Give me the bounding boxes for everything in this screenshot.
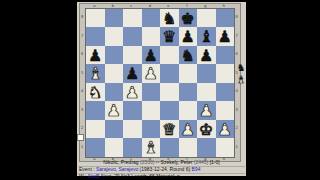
event-line: Event : Sarajevo, Sarajevo (1983-12-24, … bbox=[78, 166, 245, 172]
square-f2[interactable]: ♟ bbox=[179, 120, 198, 139]
square-c2[interactable] bbox=[123, 120, 142, 139]
next-label: Next: bbox=[100, 173, 114, 179]
square-e4[interactable] bbox=[160, 83, 179, 102]
white-player-name: Nikolic, Predrag bbox=[103, 159, 140, 165]
piece-black-pawn[interactable]: ♟ bbox=[86, 46, 105, 65]
square-b3[interactable]: ♟ bbox=[105, 101, 124, 120]
piece-white-king[interactable]: ♚ bbox=[197, 120, 216, 139]
square-e2[interactable]: ♛ bbox=[160, 120, 179, 139]
square-e7[interactable]: ♛ bbox=[160, 27, 179, 46]
event-link[interactable]: Sarajevo, Sarajevo bbox=[96, 166, 138, 172]
square-d7[interactable] bbox=[142, 27, 161, 46]
square-a1[interactable] bbox=[86, 138, 105, 157]
square-a8[interactable] bbox=[86, 9, 105, 28]
black-player-elo: (2445) bbox=[194, 159, 208, 165]
length-label: Length: bbox=[130, 173, 149, 179]
square-g5[interactable] bbox=[197, 64, 216, 83]
piece-white-queen[interactable]: ♛ bbox=[160, 120, 179, 139]
piece-white-bishop[interactable]: ♝ bbox=[142, 138, 161, 157]
piece-black-knight[interactable]: ♞ bbox=[160, 9, 179, 28]
square-a2[interactable] bbox=[86, 120, 105, 139]
square-e3[interactable] bbox=[160, 101, 179, 120]
square-h2[interactable]: ♟ bbox=[216, 120, 235, 139]
square-h8[interactable] bbox=[216, 9, 235, 28]
square-f3[interactable] bbox=[179, 101, 198, 120]
material-value: = bbox=[177, 173, 180, 179]
square-a7[interactable] bbox=[86, 27, 105, 46]
square-g6[interactable]: ♟ bbox=[197, 46, 216, 65]
square-e1[interactable] bbox=[160, 138, 179, 157]
square-b1[interactable] bbox=[105, 138, 124, 157]
eco-code: B94 bbox=[192, 166, 201, 172]
square-h6[interactable] bbox=[216, 46, 235, 65]
square-g3[interactable]: ♟ bbox=[197, 101, 216, 120]
piece-white-knight[interactable]: ♞ bbox=[86, 83, 105, 102]
square-f1[interactable] bbox=[179, 138, 198, 157]
material-label: Material: bbox=[155, 173, 177, 179]
current-move-link[interactable]: Nxd5 bbox=[88, 173, 100, 179]
square-g8[interactable] bbox=[197, 9, 216, 28]
square-h7[interactable]: ♟ bbox=[216, 27, 235, 46]
captured-white-piece-icon: ♝ bbox=[235, 74, 247, 86]
square-h3[interactable] bbox=[216, 101, 235, 120]
square-h1[interactable] bbox=[216, 138, 235, 157]
piece-white-pawn[interactable]: ♟ bbox=[216, 120, 235, 139]
captured-black-piece-icon: ♞ bbox=[235, 62, 247, 74]
piece-black-knight[interactable]: ♞ bbox=[179, 46, 198, 65]
status-line: W : Nxd5 Next: 29.Nc3 Length: 66 Materia… bbox=[78, 173, 245, 179]
square-a6[interactable]: ♟ bbox=[86, 46, 105, 65]
square-b4[interactable] bbox=[105, 83, 124, 102]
square-b8[interactable] bbox=[105, 9, 124, 28]
square-b7[interactable] bbox=[105, 27, 124, 46]
square-f7[interactable]: ♟ bbox=[179, 27, 198, 46]
square-g7[interactable]: ♝ bbox=[197, 27, 216, 46]
square-c4[interactable]: ♟ bbox=[123, 83, 142, 102]
square-a4[interactable]: ♞ bbox=[86, 83, 105, 102]
piece-white-pawn[interactable]: ♟ bbox=[123, 83, 142, 102]
square-d4[interactable] bbox=[142, 83, 161, 102]
square-c8[interactable] bbox=[123, 9, 142, 28]
black-player-name: Szekely, Peter bbox=[161, 159, 194, 165]
square-e5[interactable] bbox=[160, 64, 179, 83]
square-d1[interactable]: ♝ bbox=[142, 138, 161, 157]
square-c7[interactable] bbox=[123, 27, 142, 46]
event-label: Event : bbox=[79, 166, 96, 172]
square-c3[interactable] bbox=[123, 101, 142, 120]
square-e6[interactable] bbox=[160, 46, 179, 65]
square-b5[interactable] bbox=[105, 64, 124, 83]
chess-board[interactable]: ♞♚♛♟♝♟♟♟♞♟♝♟♟♞♟♟♟♛♟♚♟♝ bbox=[85, 8, 235, 158]
piece-white-pawn[interactable]: ♟ bbox=[179, 120, 198, 139]
white-player-elo: (2530) bbox=[140, 159, 154, 165]
piece-white-pawn[interactable]: ♟ bbox=[197, 101, 216, 120]
square-a5[interactable]: ♝ bbox=[86, 64, 105, 83]
next-move-value: 29.Nc3 bbox=[114, 173, 130, 179]
piece-white-pawn[interactable]: ♟ bbox=[142, 64, 161, 83]
event-detail: (1983-12-24, Round 6) bbox=[138, 166, 191, 172]
game-title: Nikolic, Predrag (2530) -- Szekely, Pete… bbox=[78, 160, 245, 165]
square-d6[interactable]: ♟ bbox=[142, 46, 161, 65]
piece-black-pawn[interactable]: ♟ bbox=[179, 27, 198, 46]
piece-white-pawn[interactable]: ♟ bbox=[105, 101, 124, 120]
square-g2[interactable]: ♚ bbox=[197, 120, 216, 139]
square-h5[interactable] bbox=[216, 64, 235, 83]
square-d2[interactable] bbox=[142, 120, 161, 139]
square-c5[interactable]: ♟ bbox=[123, 64, 142, 83]
square-c6[interactable] bbox=[123, 46, 142, 65]
square-e8[interactable]: ♞ bbox=[160, 9, 179, 28]
video-frame: abcdefgh abcdefgh 87654321 87654321 ♞♚♛♟… bbox=[0, 0, 320, 180]
square-f5[interactable] bbox=[179, 64, 198, 83]
square-f4[interactable] bbox=[179, 83, 198, 102]
move-label: W : bbox=[79, 173, 88, 179]
white-to-move-indicator bbox=[77, 134, 84, 141]
square-g4[interactable] bbox=[197, 83, 216, 102]
piece-black-king[interactable]: ♚ bbox=[179, 9, 198, 28]
game-result: [1-0] bbox=[208, 159, 219, 165]
square-d5[interactable]: ♟ bbox=[142, 64, 161, 83]
piece-black-pawn[interactable]: ♟ bbox=[216, 27, 235, 46]
square-a3[interactable] bbox=[86, 101, 105, 120]
piece-black-pawn[interactable]: ♟ bbox=[123, 64, 142, 83]
square-h4[interactable] bbox=[216, 83, 235, 102]
caption-panel: Nikolic, Predrag (2530) -- Szekely, Pete… bbox=[78, 160, 245, 179]
square-d8[interactable] bbox=[142, 9, 161, 28]
square-b2[interactable] bbox=[105, 120, 124, 139]
square-d3[interactable] bbox=[142, 101, 161, 120]
piece-black-bishop[interactable]: ♝ bbox=[197, 27, 216, 46]
piece-black-queen[interactable]: ♛ bbox=[160, 27, 179, 46]
piece-white-bishop[interactable]: ♝ bbox=[86, 64, 105, 83]
square-c1[interactable] bbox=[123, 138, 142, 157]
square-f6[interactable]: ♞ bbox=[179, 46, 198, 65]
square-g1[interactable] bbox=[197, 138, 216, 157]
piece-black-pawn[interactable]: ♟ bbox=[142, 46, 161, 65]
piece-black-pawn[interactable]: ♟ bbox=[197, 46, 216, 65]
square-b6[interactable] bbox=[105, 46, 124, 65]
square-f8[interactable]: ♚ bbox=[179, 9, 198, 28]
